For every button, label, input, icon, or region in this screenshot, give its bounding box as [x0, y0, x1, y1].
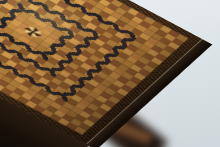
photo-stage	[0, 0, 220, 147]
tabletop	[0, 0, 202, 144]
